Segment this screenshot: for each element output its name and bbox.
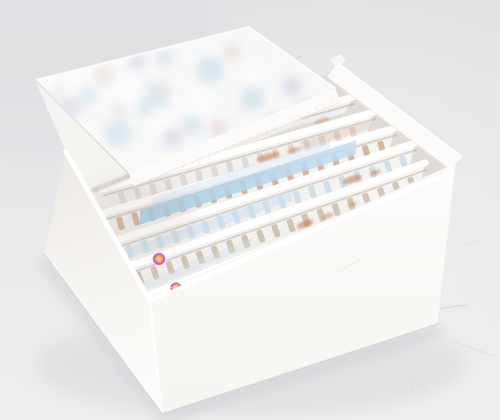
- speck: [299, 56, 301, 58]
- speck: [122, 39, 124, 41]
- photo-stage: [0, 0, 500, 420]
- photo-storage-box: [0, 0, 500, 420]
- rainbow-sticker: [153, 253, 166, 266]
